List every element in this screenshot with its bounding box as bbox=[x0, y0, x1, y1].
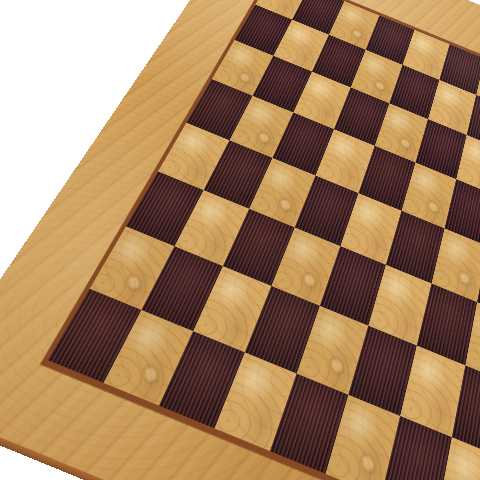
chess-board bbox=[0, 0, 480, 480]
scene bbox=[0, 0, 480, 480]
board-frame bbox=[0, 0, 480, 480]
